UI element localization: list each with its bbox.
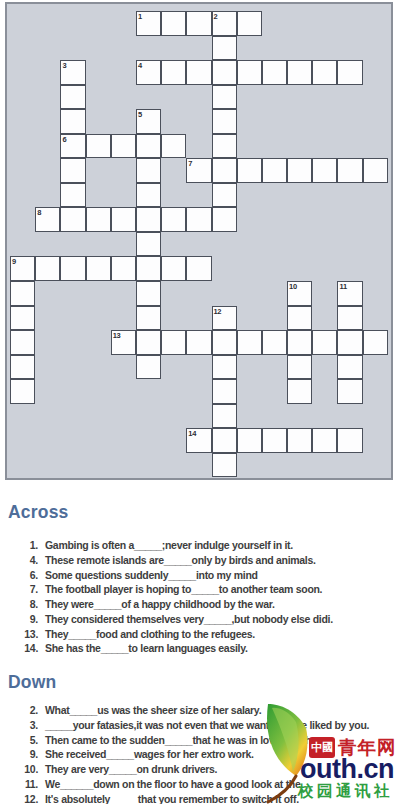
cell-r12c11[interactable]: [287, 306, 312, 331]
cell-r18c2: [60, 453, 85, 478]
cell-r13c0[interactable]: [10, 330, 35, 355]
cell-r7c4: [111, 183, 136, 208]
cell-r8c11: [287, 207, 312, 232]
cell-r15c9: [237, 379, 262, 404]
cell-r14c14: [363, 355, 388, 380]
cell-r14c4: [111, 355, 136, 380]
cell-r6c2[interactable]: [60, 158, 85, 183]
cell-r15c13[interactable]: [337, 379, 362, 404]
cell-r16c5: [136, 404, 161, 429]
cell-r8c13: [337, 207, 362, 232]
clue-number: 12.: [0, 792, 38, 804]
cell-r10c9: [237, 256, 262, 281]
across-heading: Across: [8, 502, 69, 523]
down-clue-2: 2.What_____us was the sheer size of her …: [0, 703, 400, 718]
cell-r13c8[interactable]: [212, 330, 237, 355]
cell-r10c0[interactable]: 9: [10, 256, 35, 281]
down-clue-3: 3._____your fatasies,it was not even tha…: [0, 718, 400, 733]
cell-r9c7: [186, 232, 211, 257]
across-clue-8: 8.They were_____of a happy childhood by …: [0, 597, 400, 612]
cell-number-label: 6: [62, 135, 66, 144]
cell-r0c14: [363, 11, 388, 36]
cell-r13c2: [60, 330, 85, 355]
cell-number-label: 2: [214, 12, 218, 21]
cell-r3c13: [337, 85, 362, 110]
cell-r13c5[interactable]: [136, 330, 161, 355]
cell-r9c1: [35, 232, 60, 257]
cell-r10c12: [312, 256, 337, 281]
cell-r0c0: [10, 11, 35, 36]
cell-r11c5[interactable]: [136, 281, 161, 306]
cell-r1c14: [363, 36, 388, 61]
cell-r10c14: [363, 256, 388, 281]
clue-number: 6.: [0, 568, 38, 583]
cell-r6c8[interactable]: [212, 158, 237, 183]
cell-r9c11: [287, 232, 312, 257]
cell-r11c13[interactable]: 11: [337, 281, 362, 306]
cell-r13c1: [35, 330, 60, 355]
cell-r16c3: [86, 404, 111, 429]
cell-r7c3: [86, 183, 111, 208]
across-clue-7: 7.The football player is hoping to_____t…: [0, 582, 400, 597]
down-heading: Down: [8, 672, 56, 693]
cell-r6c14[interactable]: [363, 158, 388, 183]
cell-r2c12[interactable]: [312, 60, 337, 85]
cell-r7c9: [237, 183, 262, 208]
clue-text: They considered themselves very_____,but…: [45, 612, 333, 627]
cell-r7c2[interactable]: [60, 183, 85, 208]
cell-r9c3: [86, 232, 111, 257]
cell-r5c2[interactable]: 6: [60, 134, 85, 159]
cell-r1c9: [237, 36, 262, 61]
cell-r13c7[interactable]: [186, 330, 211, 355]
cell-r1c8[interactable]: [212, 36, 237, 61]
cell-r13c13[interactable]: [337, 330, 362, 355]
cell-r9c14: [363, 232, 388, 257]
cell-r8c9: [237, 207, 262, 232]
cell-r0c5[interactable]: 1: [136, 11, 161, 36]
cell-r11c10: [262, 281, 287, 306]
cell-r8c7[interactable]: [186, 207, 211, 232]
cell-r11c8: [212, 281, 237, 306]
cell-r8c1[interactable]: 8: [35, 207, 60, 232]
cell-r11c11[interactable]: 10: [287, 281, 312, 306]
cell-r6c1: [35, 158, 60, 183]
cell-r11c4: [111, 281, 136, 306]
cell-r11c9: [237, 281, 262, 306]
cell-r10c5[interactable]: [136, 256, 161, 281]
cell-r9c2: [60, 232, 85, 257]
cell-r15c7: [186, 379, 211, 404]
cell-r11c0[interactable]: [10, 281, 35, 306]
across-clue-14: 14.She has the_____to learn languages ea…: [0, 641, 400, 656]
cell-r1c11: [287, 36, 312, 61]
cell-r2c13[interactable]: [337, 60, 362, 85]
cell-r1c1: [35, 36, 60, 61]
cell-r7c11: [287, 183, 312, 208]
across-clue-1: 1.Gambing is often a_____;never indulge …: [0, 538, 400, 553]
cell-r17c0: [10, 428, 35, 453]
cell-r6c9[interactable]: [237, 158, 262, 183]
cell-r16c13: [337, 404, 362, 429]
cell-r1c5: [136, 36, 161, 61]
cell-r11c2: [60, 281, 85, 306]
cell-r2c5[interactable]: 4: [136, 60, 161, 85]
cell-r12c2: [60, 306, 85, 331]
cell-r9c0: [10, 232, 35, 257]
cell-r3c6: [161, 85, 186, 110]
cell-r5c6[interactable]: [161, 134, 186, 159]
cell-r4c8[interactable]: [212, 109, 237, 134]
cell-r5c13: [337, 134, 362, 159]
clue-number: 8.: [0, 597, 38, 612]
cell-r18c6: [161, 453, 186, 478]
cell-r18c9: [237, 453, 262, 478]
cell-r14c13[interactable]: [337, 355, 362, 380]
clue-number: 4.: [0, 553, 38, 568]
cell-r3c8[interactable]: [212, 85, 237, 110]
cell-r4c11: [287, 109, 312, 134]
clue-number: 11.: [0, 777, 38, 792]
cell-r8c12: [312, 207, 337, 232]
cell-r14c6: [161, 355, 186, 380]
cell-r4c13: [337, 109, 362, 134]
cell-r13c3: [86, 330, 111, 355]
cell-r5c0: [10, 134, 35, 159]
cell-r0c9[interactable]: [237, 11, 262, 36]
cell-r17c11[interactable]: [287, 428, 312, 453]
cell-r8c0: [10, 207, 35, 232]
cell-r16c12: [312, 404, 337, 429]
across-clue-9: 9.They considered themselves very_____,b…: [0, 612, 400, 627]
cell-r14c11[interactable]: [287, 355, 312, 380]
cell-r1c13: [337, 36, 362, 61]
cell-r0c2: [60, 11, 85, 36]
cell-r7c12: [312, 183, 337, 208]
cell-r18c11: [287, 453, 312, 478]
cell-r17c1: [35, 428, 60, 453]
cell-r15c3: [86, 379, 111, 404]
cell-r10c11: [287, 256, 312, 281]
clue-text: What_____us was the sheer size of her sa…: [45, 703, 261, 718]
cell-r9c5[interactable]: [136, 232, 161, 257]
cell-r4c2[interactable]: [60, 109, 85, 134]
cell-r4c1: [35, 109, 60, 134]
clue-number: 14.: [0, 641, 38, 656]
cell-r17c8[interactable]: [212, 428, 237, 453]
cell-number-label: 5: [138, 110, 142, 119]
clue-number: 7.: [0, 582, 38, 597]
cell-r6c5[interactable]: [136, 158, 161, 183]
cell-r14c3: [86, 355, 111, 380]
clue-text: They were_____of a happy childhood by th…: [45, 597, 275, 612]
cell-r7c7: [186, 183, 211, 208]
cell-r8c4[interactable]: [111, 207, 136, 232]
cell-r10c6[interactable]: [161, 256, 186, 281]
cell-r4c10: [262, 109, 287, 134]
cell-r11c14: [363, 281, 388, 306]
cell-r12c4: [111, 306, 136, 331]
cell-r10c2[interactable]: [60, 256, 85, 281]
cell-r17c12[interactable]: [312, 428, 337, 453]
clue-text: Then came to the sudden_____that he was …: [45, 733, 323, 748]
across-clue-6: 6.Some questions suddenly_____into my mi…: [0, 568, 400, 583]
crossword-grid[interactable]: 1234567891011121314: [10, 11, 388, 477]
cell-r2c1: [35, 60, 60, 85]
cell-r7c5[interactable]: [136, 183, 161, 208]
cell-r18c0: [10, 453, 35, 478]
cell-r12c6: [161, 306, 186, 331]
cell-r15c1: [35, 379, 60, 404]
cell-r4c6: [161, 109, 186, 134]
cell-r14c1: [35, 355, 60, 380]
cell-r17c13[interactable]: [337, 428, 362, 453]
across-clues: 1.Gambing is often a_____;never indulge …: [0, 538, 400, 656]
cell-r10c3[interactable]: [86, 256, 111, 281]
clue-text: She has the_____to learn languages easil…: [45, 641, 248, 656]
cell-r3c14: [363, 85, 388, 110]
cell-r6c4: [111, 158, 136, 183]
cell-r6c0: [10, 158, 35, 183]
cell-r7c6: [161, 183, 186, 208]
cell-r17c14: [363, 428, 388, 453]
cell-r2c4: [111, 60, 136, 85]
cell-r14c10: [262, 355, 287, 380]
clue-number: 9.: [0, 747, 38, 762]
cell-r16c7: [186, 404, 211, 429]
cell-r13c14[interactable]: [363, 330, 388, 355]
cell-r6c13[interactable]: [337, 158, 362, 183]
cell-r4c0: [10, 109, 35, 134]
cell-r3c7: [186, 85, 211, 110]
cell-r13c9[interactable]: [237, 330, 262, 355]
cell-r15c11[interactable]: [287, 379, 312, 404]
clue-text: They_____food and clothing to the refuge…: [45, 627, 255, 642]
cell-r8c3[interactable]: [86, 207, 111, 232]
clue-number: 5.: [0, 733, 38, 748]
cell-r16c14: [363, 404, 388, 429]
cell-r10c4[interactable]: [111, 256, 136, 281]
cell-r12c14: [363, 306, 388, 331]
cell-r5c12: [312, 134, 337, 159]
cell-r7c14: [363, 183, 388, 208]
cell-r18c8[interactable]: [212, 453, 237, 478]
cell-r5c5[interactable]: [136, 134, 161, 159]
cell-r11c3: [86, 281, 111, 306]
cell-r2c9[interactable]: [237, 60, 262, 85]
cell-r11c12: [312, 281, 337, 306]
cell-r3c11: [287, 85, 312, 110]
cell-r3c0: [10, 85, 35, 110]
cell-r3c3: [86, 85, 111, 110]
cell-r13c11[interactable]: [287, 330, 312, 355]
clue-number: 13.: [0, 627, 38, 642]
cell-r4c5[interactable]: 5: [136, 109, 161, 134]
cell-r9c10: [262, 232, 287, 257]
cell-r9c4: [111, 232, 136, 257]
cell-r3c10: [262, 85, 287, 110]
cell-r18c10: [262, 453, 287, 478]
cell-r2c3: [86, 60, 111, 85]
cell-r14c7: [186, 355, 211, 380]
cell-number-label: 7: [188, 159, 192, 168]
cell-r14c0[interactable]: [10, 355, 35, 380]
cell-r10c10: [262, 256, 287, 281]
cell-r18c13: [337, 453, 362, 478]
cell-r15c5: [136, 379, 161, 404]
clue-number: 3.: [0, 718, 38, 733]
cell-r13c6[interactable]: [161, 330, 186, 355]
cell-r2c11[interactable]: [287, 60, 312, 85]
cell-r0c6[interactable]: [161, 11, 186, 36]
cell-number-label: 13: [113, 331, 121, 340]
down-clue-5: 5.Then came to the sudden_____that he wa…: [0, 733, 400, 748]
cell-r5c8[interactable]: [212, 134, 237, 159]
cell-r3c4: [111, 85, 136, 110]
cell-r1c6: [161, 36, 186, 61]
cell-r12c0[interactable]: [10, 306, 35, 331]
cell-r7c10: [262, 183, 287, 208]
cell-r7c8[interactable]: [212, 183, 237, 208]
cell-number-label: 14: [188, 429, 196, 438]
cell-number-label: 12: [214, 307, 222, 316]
cell-r16c8[interactable]: [212, 404, 237, 429]
cell-r9c9: [237, 232, 262, 257]
cell-r2c6[interactable]: [161, 60, 186, 85]
cell-r6c11[interactable]: [287, 158, 312, 183]
cell-r18c7: [186, 453, 211, 478]
cell-r9c13: [337, 232, 362, 257]
cell-r8c2[interactable]: [60, 207, 85, 232]
cell-r14c5[interactable]: [136, 355, 161, 380]
cell-r12c10: [262, 306, 287, 331]
cell-r5c4[interactable]: [111, 134, 136, 159]
cell-r17c9[interactable]: [237, 428, 262, 453]
cell-r10c1[interactable]: [35, 256, 60, 281]
cell-r12c5[interactable]: [136, 306, 161, 331]
cell-number-label: 8: [37, 208, 41, 217]
cell-r0c8[interactable]: 2: [212, 11, 237, 36]
down-clue-9: 9.She received_____wages for her extro w…: [0, 747, 400, 762]
cell-r4c4: [111, 109, 136, 134]
cell-r8c14: [363, 207, 388, 232]
cell-r8c8[interactable]: [212, 207, 237, 232]
cell-r15c8[interactable]: [212, 379, 237, 404]
cell-r13c4[interactable]: 13: [111, 330, 136, 355]
cell-r17c2: [60, 428, 85, 453]
cell-r0c13: [337, 11, 362, 36]
clue-text: We______down on the floor to have a good…: [45, 777, 301, 792]
cell-r17c7[interactable]: 14: [186, 428, 211, 453]
cell-r10c7[interactable]: [186, 256, 211, 281]
cell-number-label: 3: [62, 61, 66, 70]
cell-r12c3: [86, 306, 111, 331]
cell-r8c5[interactable]: [136, 207, 161, 232]
cell-r0c7[interactable]: [186, 11, 211, 36]
cell-r1c10: [262, 36, 287, 61]
cell-r3c2[interactable]: [60, 85, 85, 110]
down-clues: 2.What_____us was the sheer size of her …: [0, 703, 400, 804]
cell-r16c1: [35, 404, 60, 429]
clue-text: These remote islands are_____only by bir…: [45, 553, 316, 568]
cell-r12c1: [35, 306, 60, 331]
cell-r4c3: [86, 109, 111, 134]
cell-r9c12: [312, 232, 337, 257]
cell-r4c12: [312, 109, 337, 134]
cell-r17c10[interactable]: [262, 428, 287, 453]
cell-r18c14: [363, 453, 388, 478]
cell-r5c14: [363, 134, 388, 159]
cell-r13c12[interactable]: [312, 330, 337, 355]
cell-r15c0[interactable]: [10, 379, 35, 404]
cell-r18c1: [35, 453, 60, 478]
cell-r3c1: [35, 85, 60, 110]
clue-number: 9.: [0, 612, 38, 627]
cell-r0c10: [262, 11, 287, 36]
cell-r13c10[interactable]: [262, 330, 287, 355]
cell-r18c5: [136, 453, 161, 478]
cell-r0c1: [35, 11, 60, 36]
cell-r6c12[interactable]: [312, 158, 337, 183]
cell-r14c9: [237, 355, 262, 380]
clue-text: Some questions suddenly_____into my mind: [45, 568, 258, 583]
cell-r12c9: [237, 306, 262, 331]
down-clue-10: 10.They are very_____on drunk drivers.: [0, 762, 400, 777]
cell-r10c8: [212, 256, 237, 281]
cell-r12c8[interactable]: 12: [212, 306, 237, 331]
cell-r6c3: [86, 158, 111, 183]
crossword-board: 1234567891011121314: [5, 2, 393, 480]
cell-r8c6[interactable]: [161, 207, 186, 232]
cell-r5c10: [262, 134, 287, 159]
cell-number-label: 1: [138, 12, 142, 21]
across-clue-4: 4.These remote islands are_____only by b…: [0, 553, 400, 568]
cell-r14c8[interactable]: [212, 355, 237, 380]
cell-number-label: 10: [289, 282, 297, 291]
cell-r1c12: [312, 36, 337, 61]
clue-text: Gambing is often a_____;never indulge yo…: [45, 538, 293, 553]
cell-r18c4: [111, 453, 136, 478]
cell-r5c3[interactable]: [86, 134, 111, 159]
cell-r5c9: [237, 134, 262, 159]
cell-r2c2[interactable]: 3: [60, 60, 85, 85]
cell-r2c10[interactable]: [262, 60, 287, 85]
clue-text: The football player is hoping to_____to …: [45, 582, 322, 597]
cell-r6c7[interactable]: 7: [186, 158, 211, 183]
clue-number: 10.: [0, 762, 38, 777]
cell-r6c10[interactable]: [262, 158, 287, 183]
cell-r5c1: [35, 134, 60, 159]
cell-r1c2: [60, 36, 85, 61]
cell-r16c0: [10, 404, 35, 429]
cell-r2c8[interactable]: [212, 60, 237, 85]
cell-r1c4: [111, 36, 136, 61]
cell-r2c7[interactable]: [186, 60, 211, 85]
cell-r12c13[interactable]: [337, 306, 362, 331]
cell-r15c10: [262, 379, 287, 404]
cell-r1c3: [86, 36, 111, 61]
cell-r9c6: [161, 232, 186, 257]
cell-number-label: 9: [12, 257, 16, 266]
cell-r3c12: [312, 85, 337, 110]
cell-r12c7: [186, 306, 211, 331]
cell-r4c14: [363, 109, 388, 134]
cell-r17c5: [136, 428, 161, 453]
cell-r11c6: [161, 281, 186, 306]
cell-r10c13: [337, 256, 362, 281]
cell-r1c7: [186, 36, 211, 61]
down-clue-12: 12.It's absolutely_____that you remember…: [0, 792, 400, 804]
